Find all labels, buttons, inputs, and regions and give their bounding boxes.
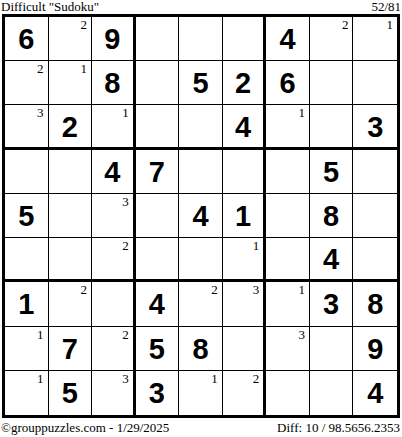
cell-value: 6 — [280, 67, 296, 98]
cell-value: 5 — [62, 377, 78, 408]
corner-mark: 1 — [387, 17, 394, 32]
corner-mark: 1 — [37, 327, 44, 342]
cell-r4c3[interactable]: 4 — [92, 150, 136, 194]
corner-mark: 3 — [298, 327, 305, 342]
cell-r3c2[interactable]: 2 — [49, 105, 93, 149]
header: Difficult "Sudoku" 52/81 — [0, 0, 402, 14]
cell-value: 4 — [192, 200, 208, 231]
cell-r6c4[interactable] — [136, 238, 180, 282]
cell-r5c9[interactable] — [353, 194, 397, 238]
cell-r8c1[interactable]: 1 — [5, 327, 49, 371]
cell-r9c6[interactable]: 2 — [223, 371, 267, 415]
cell-r1c8[interactable]: 2 — [310, 17, 354, 61]
cell-r3c7[interactable]: 1 — [266, 105, 310, 149]
corner-mark: 1 — [122, 105, 129, 120]
cell-r4c9[interactable] — [353, 150, 397, 194]
cell-value: 8 — [323, 200, 339, 231]
corner-mark: 2 — [81, 282, 88, 297]
cell-r3c4[interactable] — [136, 105, 180, 149]
cell-r2c5[interactable]: 5 — [179, 61, 223, 105]
cell-r2c7[interactable]: 6 — [266, 61, 310, 105]
cell-r1c4[interactable] — [136, 17, 180, 61]
cell-value: 8 — [192, 333, 208, 364]
cell-r5c7[interactable] — [266, 194, 310, 238]
corner-mark: 1 — [298, 282, 305, 297]
cell-value: 1 — [18, 288, 34, 319]
corner-mark: 2 — [122, 327, 129, 342]
cell-r3c8[interactable] — [310, 105, 354, 149]
corner-mark: 2 — [253, 371, 260, 386]
corner-mark: 2 — [342, 17, 349, 32]
cell-r5c6[interactable]: 1 — [223, 194, 267, 238]
cell-r6c1[interactable] — [5, 238, 49, 282]
cell-value: 4 — [149, 288, 165, 319]
cell-r6c5[interactable] — [179, 238, 223, 282]
cell-r9c7[interactable] — [266, 371, 310, 415]
cell-r7c3[interactable] — [92, 282, 136, 326]
cell-value: 1 — [235, 200, 251, 231]
cell-value: 3 — [323, 288, 339, 319]
cell-value: 6 — [18, 23, 34, 54]
cell-r4c4[interactable]: 7 — [136, 150, 180, 194]
copyright-text: ©grouppuzzles.com - 1/29/2025 — [1, 420, 169, 436]
cell-value: 5 — [18, 200, 34, 231]
cell-r9c8[interactable] — [310, 371, 354, 415]
corner-mark: 3 — [37, 105, 44, 120]
cell-r3c5[interactable] — [179, 105, 223, 149]
cell-value: 4 — [235, 111, 251, 142]
corner-mark: 2 — [122, 238, 129, 253]
cell-r9c1[interactable]: 1 — [5, 371, 49, 415]
cell-r1c7[interactable]: 4 — [266, 17, 310, 61]
cell-r7c5[interactable]: 2 — [179, 282, 223, 326]
cell-r8c9[interactable]: 9 — [353, 327, 397, 371]
corner-mark: 3 — [122, 194, 129, 209]
cell-r9c5[interactable]: 1 — [179, 371, 223, 415]
cell-r2c3[interactable]: 8 — [92, 61, 136, 105]
cell-r6c6[interactable]: 1 — [223, 238, 267, 282]
cell-r8c3[interactable]: 2 — [92, 327, 136, 371]
cell-r4c7[interactable] — [266, 150, 310, 194]
cell-r1c3[interactable]: 9 — [92, 17, 136, 61]
cell-value: 9 — [367, 333, 383, 364]
cell-r8c6[interactable] — [223, 327, 267, 371]
cell-r9c4[interactable]: 3 — [136, 371, 180, 415]
cell-value: 4 — [323, 243, 339, 274]
cell-r6c7[interactable] — [266, 238, 310, 282]
cell-r4c8[interactable]: 5 — [310, 150, 354, 194]
cell-r8c7[interactable]: 3 — [266, 327, 310, 371]
cell-r2c9[interactable] — [353, 61, 397, 105]
cell-r1c6[interactable] — [223, 17, 267, 61]
cell-r5c2[interactable] — [49, 194, 93, 238]
cell-r3c1[interactable]: 3 — [5, 105, 49, 149]
cell-r2c2[interactable]: 1 — [49, 61, 93, 105]
cell-value: 3 — [367, 111, 383, 142]
cell-r7c2[interactable]: 2 — [49, 282, 93, 326]
cell-r3c6[interactable]: 4 — [223, 105, 267, 149]
cell-r6c3[interactable]: 2 — [92, 238, 136, 282]
cell-r2c6[interactable]: 2 — [223, 61, 267, 105]
cell-r1c5[interactable] — [179, 17, 223, 61]
cell-r3c3[interactable]: 1 — [92, 105, 136, 149]
cell-value: 5 — [192, 67, 208, 98]
cell-value: 4 — [104, 156, 120, 187]
corner-mark: 1 — [211, 371, 218, 386]
cell-r4c6[interactable] — [223, 150, 267, 194]
cell-r7c6[interactable]: 3 — [223, 282, 267, 326]
progress-counter: 52/81 — [371, 0, 401, 13]
cell-r4c5[interactable] — [179, 150, 223, 194]
cell-r6c2[interactable] — [49, 238, 93, 282]
cell-r4c2[interactable] — [49, 150, 93, 194]
cell-value: 7 — [62, 333, 78, 364]
cell-value: 9 — [104, 23, 120, 54]
corner-mark: 2 — [81, 17, 88, 32]
cell-r1c2[interactable]: 2 — [49, 17, 93, 61]
cell-r5c5[interactable]: 4 — [179, 194, 223, 238]
cell-value: 8 — [104, 67, 120, 98]
cell-r2c1[interactable]: 2 — [5, 61, 49, 105]
cell-value: 4 — [280, 23, 296, 54]
cell-r5c4[interactable] — [136, 194, 180, 238]
corner-mark: 1 — [253, 238, 260, 253]
cell-r1c9[interactable]: 1 — [353, 17, 397, 61]
cell-value: 4 — [367, 377, 383, 408]
corner-mark: 1 — [298, 105, 305, 120]
page-title: Difficult "Sudoku" — [1, 0, 99, 13]
corner-mark: 1 — [37, 371, 44, 386]
cell-r8c5[interactable]: 8 — [179, 327, 223, 371]
cell-r5c3[interactable]: 3 — [92, 194, 136, 238]
cell-value: 5 — [323, 156, 339, 187]
cell-r7c4[interactable]: 4 — [136, 282, 180, 326]
corner-mark: 1 — [81, 61, 88, 76]
cell-r3c9[interactable]: 3 — [353, 105, 397, 149]
cell-value: 5 — [149, 333, 165, 364]
cell-value: 2 — [62, 111, 78, 142]
cell-r9c3[interactable]: 3 — [92, 371, 136, 415]
cell-r7c9[interactable]: 8 — [353, 282, 397, 326]
cell-r5c8[interactable]: 8 — [310, 194, 354, 238]
cell-r8c2[interactable]: 7 — [49, 327, 93, 371]
cell-r9c9[interactable]: 4 — [353, 371, 397, 415]
corner-mark: 2 — [37, 61, 44, 76]
cell-r7c1[interactable]: 1 — [5, 282, 49, 326]
cell-r6c8[interactable]: 4 — [310, 238, 354, 282]
cell-value: 3 — [149, 377, 165, 408]
cell-value: 2 — [235, 67, 251, 98]
cell-value: 8 — [367, 288, 383, 319]
cell-r9c2[interactable]: 5 — [49, 371, 93, 415]
footer: ©grouppuzzles.com - 1/29/2025 Diff: 10 /… — [0, 418, 402, 437]
difficulty-text: Diff: 10 / 98.5656.2353 — [277, 420, 400, 436]
corner-mark: 2 — [211, 282, 218, 297]
cell-value: 7 — [149, 156, 165, 187]
cell-r8c8[interactable] — [310, 327, 354, 371]
cell-r5c1[interactable]: 5 — [5, 194, 49, 238]
corner-mark: 3 — [253, 282, 260, 297]
sudoku-page: Difficult "Sudoku" 52/81 629421218526321… — [0, 0, 402, 437]
sudoku-board: 6294212185263214134755341821412423138172… — [2, 14, 400, 418]
corner-mark: 3 — [122, 371, 129, 386]
cell-r6c9[interactable] — [353, 238, 397, 282]
cell-r2c4[interactable] — [136, 61, 180, 105]
cell-r2c8[interactable] — [310, 61, 354, 105]
cell-r7c7[interactable]: 1 — [266, 282, 310, 326]
cell-r1c1[interactable]: 6 — [5, 17, 49, 61]
cell-r4c1[interactable] — [5, 150, 49, 194]
cell-r7c8[interactable]: 3 — [310, 282, 354, 326]
cell-r8c4[interactable]: 5 — [136, 327, 180, 371]
